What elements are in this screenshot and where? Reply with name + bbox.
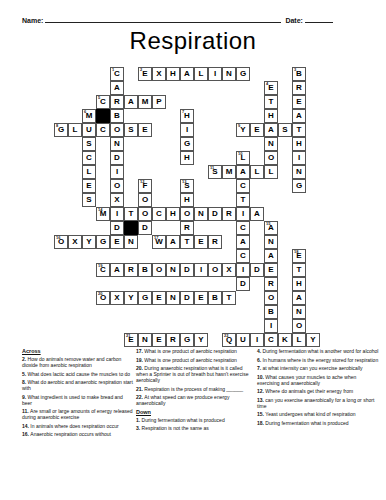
letter-cell-r2c4[interactable]: R bbox=[110, 95, 124, 109]
letter-cell-r0c11[interactable]: I bbox=[208, 67, 222, 81]
letter-cell-r10c3[interactable]: 14M bbox=[96, 207, 110, 221]
empty-cell bbox=[152, 249, 166, 263]
letter-cell-r8c17[interactable]: G bbox=[292, 179, 306, 193]
empty-cell bbox=[180, 249, 194, 263]
cell-letter: E bbox=[142, 126, 147, 134]
empty-cell bbox=[306, 179, 320, 193]
letter-cell-r4c14[interactable]: E bbox=[250, 123, 264, 137]
letter-cell-r5c17[interactable]: H bbox=[292, 137, 306, 151]
letter-cell-r16c4[interactable]: X bbox=[110, 291, 124, 305]
empty-cell bbox=[208, 319, 222, 333]
letter-cell-r15c17[interactable]: H bbox=[292, 277, 306, 291]
letter-cell-r6c13[interactable]: 10L bbox=[236, 151, 250, 165]
letter-cell-r2c15[interactable]: T bbox=[264, 95, 278, 109]
empty-cell bbox=[278, 193, 292, 207]
letter-cell-r19c14[interactable]: I bbox=[250, 333, 264, 347]
letter-cell-r18c17[interactable]: O bbox=[292, 319, 306, 333]
cell-letter: O bbox=[142, 210, 148, 218]
cell-letter: G bbox=[184, 140, 190, 148]
cell-letter: Y bbox=[128, 294, 133, 302]
empty-cell bbox=[54, 207, 68, 221]
empty-cell bbox=[278, 207, 292, 221]
cell-letter: E bbox=[156, 336, 161, 344]
empty-cell bbox=[250, 81, 264, 95]
cell-letter: Y bbox=[310, 336, 315, 344]
empty-cell bbox=[138, 137, 152, 151]
letter-cell-r10c5[interactable]: T bbox=[124, 207, 138, 221]
empty-cell bbox=[138, 319, 152, 333]
letter-cell-r0c6[interactable]: 2E bbox=[138, 67, 152, 81]
letter-cell-r14c9[interactable]: D bbox=[180, 263, 194, 277]
clue-number: 4 bbox=[266, 82, 268, 86]
letter-cell-r7c4[interactable]: I bbox=[110, 165, 124, 179]
empty-cell bbox=[82, 333, 96, 347]
letter-cell-r5c4[interactable]: N bbox=[110, 137, 124, 151]
letter-cell-r16c8[interactable]: N bbox=[166, 291, 180, 305]
letter-cell-r11c15[interactable]: 15A bbox=[264, 221, 278, 235]
empty-cell bbox=[54, 151, 68, 165]
letter-cell-r8c4[interactable]: O bbox=[110, 179, 124, 193]
letter-cell-r2c7[interactable]: P bbox=[152, 95, 166, 109]
letter-cell-r3c2[interactable]: 6M bbox=[82, 109, 96, 123]
empty-cell bbox=[166, 277, 180, 291]
letter-cell-r13c15[interactable]: A bbox=[264, 249, 278, 263]
cell-letter: A bbox=[296, 112, 302, 120]
cell-letter: O bbox=[268, 154, 274, 162]
letter-cell-r9c13[interactable]: T bbox=[236, 193, 250, 207]
letter-cell-r3c4[interactable]: B bbox=[110, 109, 124, 123]
letter-cell-r1c4[interactable]: A bbox=[110, 81, 124, 95]
letter-cell-r19c12[interactable]: 22Q bbox=[222, 333, 236, 347]
empty-cell bbox=[68, 193, 82, 207]
letter-cell-r14c7[interactable]: O bbox=[152, 263, 166, 277]
letter-cell-r16c6[interactable]: G bbox=[138, 291, 152, 305]
letter-cell-r14c11[interactable]: O bbox=[208, 263, 222, 277]
cell-letter: P bbox=[156, 98, 161, 106]
empty-cell bbox=[68, 137, 82, 151]
empty-cell bbox=[208, 81, 222, 95]
letter-cell-r6c2[interactable]: C bbox=[82, 151, 96, 165]
letter-cell-r0c12[interactable]: N bbox=[222, 67, 236, 81]
cell-letter: A bbox=[268, 126, 274, 134]
empty-cell bbox=[54, 319, 68, 333]
cell-letter: O bbox=[114, 126, 120, 134]
letter-cell-r4c17[interactable]: T bbox=[292, 123, 306, 137]
letter-cell-r16c12[interactable]: T bbox=[222, 291, 236, 305]
cell-letter: A bbox=[170, 238, 176, 246]
letter-cell-r4c3[interactable]: C bbox=[96, 123, 110, 137]
letter-cell-r8c6[interactable]: 12F bbox=[138, 179, 152, 193]
letter-cell-r14c17[interactable]: T bbox=[292, 263, 306, 277]
letter-cell-r10c13[interactable]: I bbox=[236, 207, 250, 221]
letter-cell-r10c6[interactable]: O bbox=[138, 207, 152, 221]
letter-cell-r8c9[interactable]: 13S bbox=[180, 179, 194, 193]
letter-cell-r10c9[interactable]: O bbox=[180, 207, 194, 221]
letter-cell-r14c13[interactable]: I bbox=[236, 263, 250, 277]
cell-letter: D bbox=[184, 266, 190, 274]
letter-cell-r14c4[interactable]: A bbox=[110, 263, 124, 277]
letter-cell-r16c17[interactable]: A bbox=[292, 291, 306, 305]
letter-cell-r11c6[interactable]: D bbox=[138, 221, 152, 235]
date-blank-line[interactable] bbox=[305, 14, 333, 23]
clue-9: 9. What ingredient is used to make bread… bbox=[22, 394, 134, 406]
empty-cell bbox=[194, 193, 208, 207]
empty-cell bbox=[96, 319, 110, 333]
empty-cell bbox=[222, 277, 236, 291]
letter-cell-r5c15[interactable]: N bbox=[264, 137, 278, 151]
cell-letter: M bbox=[86, 112, 93, 120]
letter-cell-r19c6[interactable]: N bbox=[138, 333, 152, 347]
letter-cell-r2c5[interactable]: A bbox=[124, 95, 138, 109]
empty-cell bbox=[306, 151, 320, 165]
letter-cell-r15c15[interactable]: R bbox=[264, 277, 278, 291]
cell-letter: H bbox=[296, 280, 302, 288]
clue-number: 20 bbox=[98, 292, 102, 296]
clue-number: 2 bbox=[140, 68, 142, 72]
empty-cell bbox=[68, 81, 82, 95]
cell-letter: I bbox=[186, 126, 188, 134]
letter-cell-r9c6[interactable]: O bbox=[138, 193, 152, 207]
cell-letter: N bbox=[296, 168, 302, 176]
letter-cell-r14c14[interactable]: D bbox=[250, 263, 264, 277]
empty-cell bbox=[82, 221, 96, 235]
empty-cell bbox=[194, 81, 208, 95]
cell-letter: N bbox=[114, 140, 120, 148]
letter-cell-r2c3[interactable]: 5C bbox=[96, 95, 110, 109]
empty-cell bbox=[166, 319, 180, 333]
clue-14: 14. In animals where does respiration oc… bbox=[22, 423, 134, 429]
letter-cell-r12c11[interactable]: R bbox=[208, 235, 222, 249]
cell-letter: I bbox=[214, 70, 216, 78]
empty-cell bbox=[68, 333, 82, 347]
letter-cell-r16c10[interactable]: E bbox=[194, 291, 208, 305]
letter-cell-r7c2[interactable]: L bbox=[82, 165, 96, 179]
letter-cell-r0c8[interactable]: H bbox=[166, 67, 180, 81]
clue-number: 18 bbox=[294, 250, 298, 254]
letter-cell-r11c9[interactable]: R bbox=[180, 221, 194, 235]
cell-letter: C bbox=[114, 70, 120, 78]
cell-letter: S bbox=[86, 140, 91, 148]
empty-cell bbox=[250, 151, 264, 165]
cell-letter: H bbox=[184, 154, 190, 162]
empty-cell bbox=[82, 319, 96, 333]
cell-letter: M bbox=[142, 98, 149, 106]
letter-cell-r3c17[interactable]: A bbox=[292, 109, 306, 123]
empty-cell bbox=[180, 81, 194, 95]
cell-letter: N bbox=[170, 266, 176, 274]
letter-cell-r19c18[interactable]: Y bbox=[306, 333, 320, 347]
empty-cell bbox=[250, 221, 264, 235]
empty-cell bbox=[278, 319, 292, 333]
cell-letter: E bbox=[268, 266, 273, 274]
empty-cell bbox=[54, 193, 68, 207]
letter-cell-r0c7[interactable]: X bbox=[152, 67, 166, 81]
clue-18: 18. During fermentation what is produced bbox=[257, 420, 379, 426]
letter-cell-r10c7[interactable]: C bbox=[152, 207, 166, 221]
letter-cell-r5c2[interactable]: S bbox=[82, 137, 96, 151]
letter-cell-r6c9[interactable]: H bbox=[180, 151, 194, 165]
letter-cell-r14c6[interactable]: B bbox=[138, 263, 152, 277]
letter-cell-r4c16[interactable]: S bbox=[278, 123, 292, 137]
letter-cell-r10c10[interactable]: N bbox=[194, 207, 208, 221]
letter-cell-r10c8[interactable]: H bbox=[166, 207, 180, 221]
cell-letter: L bbox=[199, 70, 204, 78]
letter-cell-r10c12[interactable]: R bbox=[222, 207, 236, 221]
cell-letter: A bbox=[240, 168, 246, 176]
letter-cell-r3c15[interactable]: H bbox=[264, 109, 278, 123]
letter-cell-r19c10[interactable]: Y bbox=[194, 333, 208, 347]
crossword-grid: 1C2EXHALING3BA4ER5CRAMPTE6MB7HHA8GLUCOSE… bbox=[54, 67, 320, 347]
clue-number: 16 bbox=[56, 236, 60, 240]
clue-8: 8. What do aerobic and anaerobic respira… bbox=[22, 379, 134, 391]
letter-cell-r14c3[interactable]: 19C bbox=[96, 263, 110, 277]
empty-cell bbox=[110, 277, 124, 291]
letter-cell-r9c2[interactable]: S bbox=[82, 193, 96, 207]
empty-cell bbox=[54, 291, 68, 305]
empty-cell bbox=[166, 95, 180, 109]
cell-letter: A bbox=[184, 70, 190, 78]
empty-cell bbox=[124, 109, 138, 123]
name-blank-line[interactable] bbox=[45, 14, 281, 23]
letter-cell-r12c3[interactable]: G bbox=[96, 235, 110, 249]
empty-cell bbox=[68, 165, 82, 179]
cell-letter: C bbox=[100, 126, 106, 134]
letter-cell-r16c3[interactable]: 20O bbox=[96, 291, 110, 305]
letter-cell-r9c4[interactable]: X bbox=[110, 193, 124, 207]
cell-letter: K bbox=[282, 336, 288, 344]
letter-cell-r4c5[interactable]: S bbox=[124, 123, 138, 137]
empty-cell bbox=[54, 137, 68, 151]
letter-cell-r19c13[interactable]: U bbox=[236, 333, 250, 347]
letter-cell-r12c10[interactable]: E bbox=[194, 235, 208, 249]
cell-letter: S bbox=[86, 196, 91, 204]
letter-cell-r2c17[interactable]: E bbox=[292, 95, 306, 109]
empty-cell bbox=[96, 137, 110, 151]
letter-cell-r10c11[interactable]: D bbox=[208, 207, 222, 221]
cell-letter: R bbox=[114, 98, 120, 106]
empty-cell bbox=[54, 277, 68, 291]
letter-cell-r12c4[interactable]: E bbox=[110, 235, 124, 249]
cell-letter: E bbox=[268, 84, 273, 92]
letter-cell-r16c11[interactable]: B bbox=[208, 291, 222, 305]
cell-letter: L bbox=[73, 126, 78, 134]
letter-cell-r16c9[interactable]: D bbox=[180, 291, 194, 305]
letter-cell-r3c9[interactable]: 7H bbox=[180, 109, 194, 123]
letter-cell-r12c13[interactable]: A bbox=[236, 235, 250, 249]
empty-cell bbox=[82, 291, 96, 305]
letter-cell-r19c17[interactable]: L bbox=[292, 333, 306, 347]
letter-cell-r4c0[interactable]: 8G bbox=[54, 123, 68, 137]
empty-cell bbox=[68, 95, 82, 109]
letter-cell-r19c9[interactable]: G bbox=[180, 333, 194, 347]
letter-cell-r12c1[interactable]: X bbox=[68, 235, 82, 249]
letter-cell-r14c12[interactable]: X bbox=[222, 263, 236, 277]
cell-letter: H bbox=[268, 112, 274, 120]
empty-cell bbox=[306, 67, 320, 81]
letter-cell-r10c14[interactable]: A bbox=[250, 207, 264, 221]
cell-letter: O bbox=[156, 266, 162, 274]
letter-cell-r10c4[interactable]: I bbox=[110, 207, 124, 221]
cell-letter: E bbox=[142, 70, 147, 78]
letter-cell-r14c8[interactable]: N bbox=[166, 263, 180, 277]
letter-cell-r0c9[interactable]: A bbox=[180, 67, 194, 81]
letter-cell-r7c15[interactable]: L bbox=[264, 165, 278, 179]
letter-cell-r4c15[interactable]: A bbox=[264, 123, 278, 137]
letter-cell-r9c9[interactable]: H bbox=[180, 193, 194, 207]
letter-cell-r14c15[interactable]: E bbox=[264, 263, 278, 277]
empty-cell bbox=[180, 165, 194, 179]
letter-cell-r6c17[interactable]: I bbox=[292, 151, 306, 165]
letter-cell-r12c0[interactable]: 16O bbox=[54, 235, 68, 249]
letter-cell-r0c13[interactable]: G bbox=[236, 67, 250, 81]
cell-letter: X bbox=[114, 294, 119, 302]
empty-cell bbox=[250, 235, 264, 249]
letter-cell-r6c4[interactable]: D bbox=[110, 151, 124, 165]
letter-cell-r19c16[interactable]: K bbox=[278, 333, 292, 347]
empty-cell bbox=[264, 207, 278, 221]
clue-11: 11. Are small or large amounts of energy… bbox=[22, 408, 134, 420]
empty-cell bbox=[96, 305, 110, 319]
cell-letter: I bbox=[200, 266, 202, 274]
empty-cell bbox=[124, 249, 138, 263]
letter-cell-r17c17[interactable]: N bbox=[292, 305, 306, 319]
cell-letter: H bbox=[170, 70, 176, 78]
letter-cell-r12c5[interactable]: N bbox=[124, 235, 138, 249]
letter-cell-r19c5[interactable]: 21E bbox=[124, 333, 138, 347]
letter-cell-r4c2[interactable]: U bbox=[82, 123, 96, 137]
empty-cell bbox=[96, 277, 110, 291]
letter-cell-r7c11[interactable]: 11S bbox=[208, 165, 222, 179]
cell-letter: L bbox=[297, 336, 302, 344]
empty-cell bbox=[152, 123, 166, 137]
letter-cell-r7c13[interactable]: A bbox=[236, 165, 250, 179]
letter-cell-r12c7[interactable]: 17W bbox=[152, 235, 166, 249]
letter-cell-r12c2[interactable]: Y bbox=[82, 235, 96, 249]
empty-cell bbox=[264, 179, 278, 193]
letter-cell-r11c13[interactable]: C bbox=[236, 221, 250, 235]
letter-cell-r12c8[interactable]: A bbox=[166, 235, 180, 249]
letter-cell-r2c6[interactable]: M bbox=[138, 95, 152, 109]
cell-letter: C bbox=[86, 154, 92, 162]
cell-letter: G bbox=[100, 238, 106, 246]
letter-cell-r16c7[interactable]: E bbox=[152, 291, 166, 305]
letter-cell-r13c17[interactable]: 18E bbox=[292, 249, 306, 263]
empty-cell bbox=[152, 277, 166, 291]
letter-cell-r19c7[interactable]: E bbox=[152, 333, 166, 347]
letter-cell-r11c4[interactable]: D bbox=[110, 221, 124, 235]
letter-cell-r14c10[interactable]: I bbox=[194, 263, 208, 277]
empty-cell bbox=[152, 165, 166, 179]
empty-cell bbox=[278, 67, 292, 81]
empty-cell bbox=[152, 151, 166, 165]
letter-cell-r0c17[interactable]: 3B bbox=[292, 67, 306, 81]
letter-cell-r8c2[interactable]: E bbox=[82, 179, 96, 193]
empty-cell bbox=[306, 137, 320, 151]
empty-cell bbox=[222, 249, 236, 263]
empty-cell bbox=[110, 249, 124, 263]
empty-cell bbox=[306, 291, 320, 305]
clue-number: 21 bbox=[126, 334, 130, 338]
letter-cell-r6c15[interactable]: O bbox=[264, 151, 278, 165]
empty-cell bbox=[306, 109, 320, 123]
empty-cell bbox=[222, 179, 236, 193]
clue-number: 13 bbox=[182, 180, 186, 184]
empty-cell bbox=[166, 137, 180, 151]
empty-cell bbox=[306, 277, 320, 291]
empty-cell bbox=[54, 95, 68, 109]
letter-cell-r7c14[interactable]: L bbox=[250, 165, 264, 179]
empty-cell bbox=[250, 319, 264, 333]
letter-cell-r1c15[interactable]: 4E bbox=[264, 81, 278, 95]
empty-cell bbox=[152, 81, 166, 95]
letter-cell-r4c1[interactable]: L bbox=[68, 123, 82, 137]
empty-cell bbox=[236, 137, 250, 151]
letter-cell-r13c13[interactable]: C bbox=[236, 249, 250, 263]
empty-cell bbox=[208, 277, 222, 291]
down-header: Down bbox=[136, 409, 252, 415]
letter-cell-r4c13[interactable]: 9Y bbox=[236, 123, 250, 137]
empty-cell bbox=[152, 193, 166, 207]
empty-cell bbox=[278, 151, 292, 165]
cell-letter: I bbox=[270, 322, 272, 330]
cell-letter: T bbox=[269, 98, 274, 106]
letter-cell-r0c10[interactable]: L bbox=[194, 67, 208, 81]
letter-cell-r19c15[interactable]: C bbox=[264, 333, 278, 347]
letter-cell-r8c13[interactable]: C bbox=[236, 179, 250, 193]
cell-letter: R bbox=[212, 238, 218, 246]
letter-cell-r14c5[interactable]: R bbox=[124, 263, 138, 277]
cell-letter: C bbox=[100, 98, 106, 106]
cell-letter: R bbox=[268, 280, 274, 288]
letter-cell-r19c8[interactable]: R bbox=[166, 333, 180, 347]
letter-cell-r16c5[interactable]: Y bbox=[124, 291, 138, 305]
empty-cell bbox=[54, 179, 68, 193]
cell-letter: R bbox=[184, 224, 190, 232]
cell-letter: T bbox=[185, 238, 190, 246]
empty-cell bbox=[138, 277, 152, 291]
empty-cell bbox=[124, 305, 138, 319]
letter-cell-r16c15[interactable]: O bbox=[264, 291, 278, 305]
letter-cell-r12c15[interactable]: N bbox=[264, 235, 278, 249]
empty-cell bbox=[250, 249, 264, 263]
letter-cell-r1c17[interactable]: R bbox=[292, 81, 306, 95]
letter-cell-r4c6[interactable]: E bbox=[138, 123, 152, 137]
letter-cell-r18c15[interactable]: I bbox=[264, 319, 278, 333]
cell-letter: L bbox=[269, 168, 274, 176]
letter-cell-r0c4[interactable]: 1C bbox=[110, 67, 124, 81]
clue-number: 22 bbox=[224, 334, 228, 338]
empty-cell bbox=[68, 249, 82, 263]
cell-letter: O bbox=[212, 266, 218, 274]
letter-cell-r17c15[interactable]: B bbox=[264, 305, 278, 319]
cell-letter: C bbox=[156, 210, 162, 218]
letter-cell-r12c9[interactable]: T bbox=[180, 235, 194, 249]
clue-1: 1. During fermentation what is produced bbox=[136, 417, 252, 423]
letter-cell-r15c13[interactable]: D bbox=[236, 277, 250, 291]
letter-cell-r4c4[interactable]: O bbox=[110, 123, 124, 137]
letter-cell-r4c9[interactable]: I bbox=[180, 123, 194, 137]
empty-cell bbox=[278, 109, 292, 123]
letter-cell-r5c9[interactable]: G bbox=[180, 137, 194, 151]
letter-cell-r7c12[interactable]: M bbox=[222, 165, 236, 179]
empty-cell bbox=[124, 319, 138, 333]
empty-cell bbox=[166, 109, 180, 123]
empty-cell bbox=[222, 305, 236, 319]
empty-cell bbox=[278, 137, 292, 151]
cell-letter: A bbox=[128, 98, 134, 106]
letter-cell-r7c17[interactable]: N bbox=[292, 165, 306, 179]
empty-cell bbox=[306, 249, 320, 263]
